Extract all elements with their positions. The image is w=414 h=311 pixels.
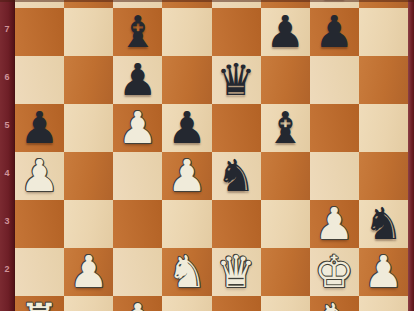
black-bishop[interactable]: ♝ bbox=[265, 106, 304, 150]
white-pawn[interactable]: ♟ bbox=[167, 154, 206, 198]
chess-board: ♚♝♟♟♟♛♟♟♟♝♟♟♞♟♞♟♞♛♚♟♜♝♞ bbox=[15, 0, 408, 311]
square-d2[interactable]: ♞ bbox=[162, 248, 211, 296]
black-pawn[interactable]: ♟ bbox=[315, 10, 354, 54]
square-h1[interactable] bbox=[359, 296, 408, 311]
square-d6[interactable] bbox=[162, 56, 211, 104]
square-f6[interactable] bbox=[261, 56, 310, 104]
square-b3[interactable] bbox=[64, 200, 113, 248]
board-frame-right bbox=[408, 0, 414, 311]
black-pawn[interactable]: ♟ bbox=[20, 106, 59, 150]
rank-label-6: 6 bbox=[0, 72, 14, 82]
square-c3[interactable] bbox=[113, 200, 162, 248]
rank-label-5: 5 bbox=[0, 120, 14, 130]
square-f7[interactable]: ♟ bbox=[261, 8, 310, 56]
square-h5[interactable] bbox=[359, 104, 408, 152]
square-e6[interactable]: ♛ bbox=[212, 56, 261, 104]
square-g6[interactable] bbox=[310, 56, 359, 104]
square-a3[interactable] bbox=[15, 200, 64, 248]
white-knight[interactable]: ♞ bbox=[315, 298, 354, 311]
rank-label-7: 7 bbox=[0, 24, 14, 34]
square-d5[interactable]: ♟ bbox=[162, 104, 211, 152]
white-rook[interactable]: ♜ bbox=[20, 298, 59, 311]
white-pawn[interactable]: ♟ bbox=[118, 106, 157, 150]
square-g4[interactable] bbox=[310, 152, 359, 200]
square-a6[interactable] bbox=[15, 56, 64, 104]
square-e2[interactable]: ♛ bbox=[212, 248, 261, 296]
board-frame-left: 765432 bbox=[0, 0, 15, 311]
rank-label-2: 2 bbox=[0, 264, 14, 274]
square-e1[interactable] bbox=[212, 296, 261, 311]
square-c1[interactable]: ♝ bbox=[113, 296, 162, 311]
square-a7[interactable] bbox=[15, 8, 64, 56]
square-b2[interactable]: ♟ bbox=[64, 248, 113, 296]
square-f1[interactable] bbox=[261, 296, 310, 311]
board-area: ♚♝♟♟♟♛♟♟♟♝♟♟♞♟♞♟♞♛♚♟♜♝♞ bbox=[15, 0, 408, 311]
white-pawn[interactable]: ♟ bbox=[20, 154, 59, 198]
black-pawn[interactable]: ♟ bbox=[265, 10, 304, 54]
black-bishop[interactable]: ♝ bbox=[118, 10, 157, 54]
square-h2[interactable]: ♟ bbox=[359, 248, 408, 296]
black-pawn[interactable]: ♟ bbox=[167, 106, 206, 150]
square-b6[interactable] bbox=[64, 56, 113, 104]
square-a4[interactable]: ♟ bbox=[15, 152, 64, 200]
square-d1[interactable] bbox=[162, 296, 211, 311]
square-c5[interactable]: ♟ bbox=[113, 104, 162, 152]
square-e3[interactable] bbox=[212, 200, 261, 248]
square-e4[interactable]: ♞ bbox=[212, 152, 261, 200]
square-g7[interactable]: ♟ bbox=[310, 8, 359, 56]
white-king[interactable]: ♚ bbox=[315, 250, 354, 294]
white-pawn[interactable]: ♟ bbox=[69, 250, 108, 294]
square-b4[interactable] bbox=[64, 152, 113, 200]
square-c6[interactable]: ♟ bbox=[113, 56, 162, 104]
square-b1[interactable] bbox=[64, 296, 113, 311]
square-d3[interactable] bbox=[162, 200, 211, 248]
black-queen[interactable]: ♛ bbox=[216, 58, 255, 102]
square-f2[interactable] bbox=[261, 248, 310, 296]
black-knight[interactable]: ♞ bbox=[216, 154, 255, 198]
square-h3[interactable]: ♞ bbox=[359, 200, 408, 248]
square-g5[interactable] bbox=[310, 104, 359, 152]
square-a1[interactable]: ♜ bbox=[15, 296, 64, 311]
square-b7[interactable] bbox=[64, 8, 113, 56]
square-f5[interactable]: ♝ bbox=[261, 104, 310, 152]
rank-label-4: 4 bbox=[0, 168, 14, 178]
square-c4[interactable] bbox=[113, 152, 162, 200]
square-a2[interactable] bbox=[15, 248, 64, 296]
square-g3[interactable]: ♟ bbox=[310, 200, 359, 248]
white-pawn[interactable]: ♟ bbox=[315, 202, 354, 246]
square-b5[interactable] bbox=[64, 104, 113, 152]
square-g1[interactable]: ♞ bbox=[310, 296, 359, 311]
square-c2[interactable] bbox=[113, 248, 162, 296]
square-d4[interactable]: ♟ bbox=[162, 152, 211, 200]
square-f3[interactable] bbox=[261, 200, 310, 248]
square-d7[interactable] bbox=[162, 8, 211, 56]
square-h6[interactable] bbox=[359, 56, 408, 104]
white-bishop[interactable]: ♝ bbox=[118, 298, 157, 311]
square-e5[interactable] bbox=[212, 104, 261, 152]
board-frame-top-edge bbox=[0, 0, 414, 2]
square-g2[interactable]: ♚ bbox=[310, 248, 359, 296]
black-knight[interactable]: ♞ bbox=[364, 202, 403, 246]
square-c7[interactable]: ♝ bbox=[113, 8, 162, 56]
square-h4[interactable] bbox=[359, 152, 408, 200]
rank-label-3: 3 bbox=[0, 216, 14, 226]
square-e7[interactable] bbox=[212, 8, 261, 56]
square-f4[interactable] bbox=[261, 152, 310, 200]
white-pawn[interactable]: ♟ bbox=[364, 250, 403, 294]
square-a5[interactable]: ♟ bbox=[15, 104, 64, 152]
black-pawn[interactable]: ♟ bbox=[118, 58, 157, 102]
chess-board-screenshot: ♚♝♟♟♟♛♟♟♟♝♟♟♞♟♞♟♞♛♚♟♜♝♞ 765432 bbox=[0, 0, 414, 311]
white-knight[interactable]: ♞ bbox=[167, 250, 206, 294]
white-queen[interactable]: ♛ bbox=[216, 250, 255, 294]
square-h7[interactable] bbox=[359, 8, 408, 56]
